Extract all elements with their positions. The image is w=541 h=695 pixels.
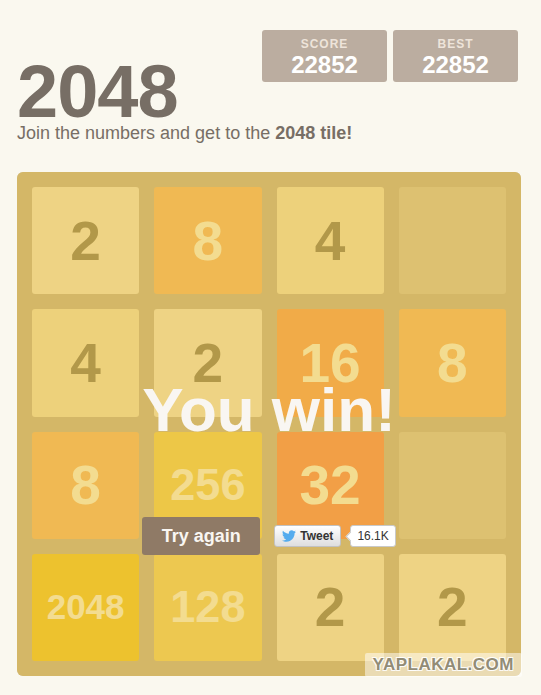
best-value: 22852 — [393, 51, 518, 78]
subtitle-text: Join the numbers and get to the — [17, 123, 275, 143]
watermark: YAPLAKAL.COM — [365, 653, 522, 677]
tweet-count[interactable]: 16.1K — [350, 525, 395, 547]
game-board: 28442168825632204812822 You win! Try aga… — [17, 172, 521, 676]
tweet-button[interactable]: Tweet — [274, 525, 341, 547]
page: 2048 SCORE 22852 BEST 22852 Join the num… — [0, 0, 541, 695]
win-message: You win! — [17, 379, 521, 441]
best-label: BEST — [393, 38, 518, 51]
tweet-widget: Tweet 16.1K — [274, 525, 395, 547]
tweet-button-label: Tweet — [300, 529, 333, 543]
win-overlay: You win! Try again Tweet 16.1K — [17, 172, 521, 676]
score-value: 22852 — [262, 51, 387, 78]
game-title: 2048 — [17, 55, 178, 129]
best-box: BEST 22852 — [393, 30, 518, 82]
subtitle-goal: 2048 tile! — [275, 123, 352, 143]
score-box: SCORE 22852 — [262, 30, 387, 82]
score-container: SCORE 22852 BEST 22852 — [262, 30, 518, 82]
try-again-button[interactable]: Try again — [142, 517, 260, 555]
twitter-bird-icon — [282, 529, 296, 543]
subtitle: Join the numbers and get to the 2048 til… — [17, 121, 352, 145]
overlay-actions: Try again Tweet 16.1K — [17, 517, 521, 555]
score-label: SCORE — [262, 38, 387, 51]
